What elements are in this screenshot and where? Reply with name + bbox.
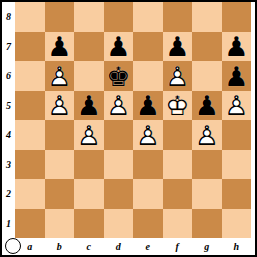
square-a7[interactable] (15, 32, 45, 62)
white-pawn: ♟♙ (133, 120, 163, 150)
square-c6[interactable] (74, 61, 104, 91)
square-c5[interactable]: ♟ (74, 91, 104, 121)
file-label-b: b (45, 238, 75, 255)
white-pawn-outline: ♙ (163, 62, 193, 89)
rank-label-6: 6 (2, 61, 15, 91)
square-g2[interactable] (192, 179, 222, 209)
file-labels: abcdefgh (15, 238, 251, 255)
square-e6[interactable] (133, 61, 163, 91)
square-h8[interactable] (222, 2, 252, 32)
black-pawn: ♟ (45, 32, 75, 62)
square-g6[interactable] (192, 61, 222, 91)
square-f6[interactable]: ♟♙ (163, 61, 193, 91)
file-label-f: f (163, 238, 193, 255)
black-pawn-glyph: ♟ (104, 33, 134, 60)
black-pawn-glyph: ♟ (222, 33, 252, 60)
white-pawn: ♟♙ (192, 120, 222, 150)
white-pawn-outline: ♙ (104, 92, 134, 119)
black-pawn: ♟ (192, 91, 222, 121)
square-g3[interactable] (192, 150, 222, 180)
white-pawn: ♟♙ (163, 61, 193, 91)
white-king-outline: ♔ (163, 92, 193, 119)
white-pawn: ♟♙ (45, 91, 75, 121)
square-f3[interactable] (163, 150, 193, 180)
square-e8[interactable] (133, 2, 163, 32)
square-d7[interactable]: ♟ (104, 32, 134, 62)
square-g7[interactable] (192, 32, 222, 62)
black-king-glyph: ♚ (104, 62, 134, 89)
square-d4[interactable] (104, 120, 134, 150)
square-e7[interactable] (133, 32, 163, 62)
square-f7[interactable]: ♟ (163, 32, 193, 62)
square-h1[interactable] (222, 209, 252, 239)
file-label-c: c (74, 238, 104, 255)
black-pawn-glyph: ♟ (45, 33, 75, 60)
chess-board: ♟♟♟♟♟♙♚♟♙♟♟♙♟♟♙♟♚♔♟♟♙♟♙♟♙♟♙ (15, 2, 251, 238)
square-f8[interactable] (163, 2, 193, 32)
rank-label-8: 8 (2, 2, 15, 32)
square-a6[interactable] (15, 61, 45, 91)
white-pawn: ♟♙ (45, 61, 75, 91)
square-e5[interactable]: ♟ (133, 91, 163, 121)
white-pawn-outline: ♙ (222, 92, 252, 119)
square-d2[interactable] (104, 179, 134, 209)
white-pawn-fill: ♟ (104, 92, 134, 119)
white-pawn-outline: ♙ (133, 121, 163, 148)
square-b5[interactable]: ♟♙ (45, 91, 75, 121)
rank-label-4: 4 (2, 120, 15, 150)
rank-label-2: 2 (2, 179, 15, 209)
black-pawn: ♟ (104, 32, 134, 62)
white-pawn: ♟♙ (222, 91, 252, 121)
square-b4[interactable] (45, 120, 75, 150)
white-pawn-outline: ♙ (192, 121, 222, 148)
black-king: ♚ (104, 61, 134, 91)
white-pawn-fill: ♟ (192, 121, 222, 148)
square-b8[interactable] (45, 2, 75, 32)
square-c1[interactable] (74, 209, 104, 239)
rank-label-1: 1 (2, 209, 15, 239)
square-a2[interactable] (15, 179, 45, 209)
square-e2[interactable] (133, 179, 163, 209)
white-pawn-fill: ♟ (133, 121, 163, 148)
square-h3[interactable] (222, 150, 252, 180)
white-king: ♚♔ (163, 91, 193, 121)
square-a5[interactable] (15, 91, 45, 121)
black-pawn: ♟ (74, 91, 104, 121)
white-pawn-outline: ♙ (74, 121, 104, 148)
square-e1[interactable] (133, 209, 163, 239)
square-g1[interactable] (192, 209, 222, 239)
white-pawn-fill: ♟ (45, 92, 75, 119)
chess-board-diagram: 87654321 ♟♟♟♟♟♙♚♟♙♟♟♙♟♟♙♟♚♔♟♟♙♟♙♟♙♟♙ abc… (0, 0, 257, 257)
white-pawn-fill: ♟ (45, 62, 75, 89)
square-a3[interactable] (15, 150, 45, 180)
square-b6[interactable]: ♟♙ (45, 61, 75, 91)
square-c4[interactable]: ♟♙ (74, 120, 104, 150)
square-h5[interactable]: ♟♙ (222, 91, 252, 121)
square-d8[interactable] (104, 2, 134, 32)
square-c8[interactable] (74, 2, 104, 32)
square-g4[interactable]: ♟♙ (192, 120, 222, 150)
white-pawn: ♟♙ (104, 91, 134, 121)
square-c2[interactable] (74, 179, 104, 209)
square-c3[interactable] (74, 150, 104, 180)
square-b3[interactable] (45, 150, 75, 180)
square-d3[interactable] (104, 150, 134, 180)
black-pawn: ♟ (222, 61, 252, 91)
square-c7[interactable] (74, 32, 104, 62)
square-g8[interactable] (192, 2, 222, 32)
square-d5[interactable]: ♟♙ (104, 91, 134, 121)
black-pawn-glyph: ♟ (163, 33, 193, 60)
white-pawn-fill: ♟ (222, 92, 252, 119)
square-d6[interactable]: ♚ (104, 61, 134, 91)
white-pawn-outline: ♙ (45, 62, 75, 89)
square-a8[interactable] (15, 2, 45, 32)
square-h6[interactable]: ♟ (222, 61, 252, 91)
rank-label-7: 7 (2, 32, 15, 62)
square-e4[interactable]: ♟♙ (133, 120, 163, 150)
black-pawn: ♟ (163, 32, 193, 62)
black-pawn-glyph: ♟ (222, 62, 252, 89)
rank-labels: 87654321 (2, 2, 15, 238)
file-label-d: d (104, 238, 134, 255)
square-f5[interactable]: ♚♔ (163, 91, 193, 121)
file-label-g: g (192, 238, 222, 255)
square-h2[interactable] (222, 179, 252, 209)
white-king-fill: ♚ (163, 92, 193, 119)
black-pawn-glyph: ♟ (192, 92, 222, 119)
black-pawn-glyph: ♟ (74, 92, 104, 119)
black-pawn: ♟ (133, 91, 163, 121)
black-pawn-glyph: ♟ (133, 92, 163, 119)
square-a4[interactable] (15, 120, 45, 150)
rank-label-5: 5 (2, 91, 15, 121)
square-b7[interactable]: ♟ (45, 32, 75, 62)
black-pawn: ♟ (222, 32, 252, 62)
square-b2[interactable] (45, 179, 75, 209)
file-label-e: e (133, 238, 163, 255)
square-h4[interactable] (222, 120, 252, 150)
white-to-move-indicator (5, 238, 21, 254)
square-f2[interactable] (163, 179, 193, 209)
square-h7[interactable]: ♟ (222, 32, 252, 62)
square-f1[interactable] (163, 209, 193, 239)
white-pawn: ♟♙ (74, 120, 104, 150)
file-label-h: h (222, 238, 252, 255)
square-d1[interactable] (104, 209, 134, 239)
white-pawn-fill: ♟ (163, 62, 193, 89)
square-g5[interactable]: ♟ (192, 91, 222, 121)
rank-label-3: 3 (2, 150, 15, 180)
white-pawn-fill: ♟ (74, 121, 104, 148)
white-pawn-outline: ♙ (45, 92, 75, 119)
square-e3[interactable] (133, 150, 163, 180)
square-f4[interactable] (163, 120, 193, 150)
square-a1[interactable] (15, 209, 45, 239)
square-b1[interactable] (45, 209, 75, 239)
